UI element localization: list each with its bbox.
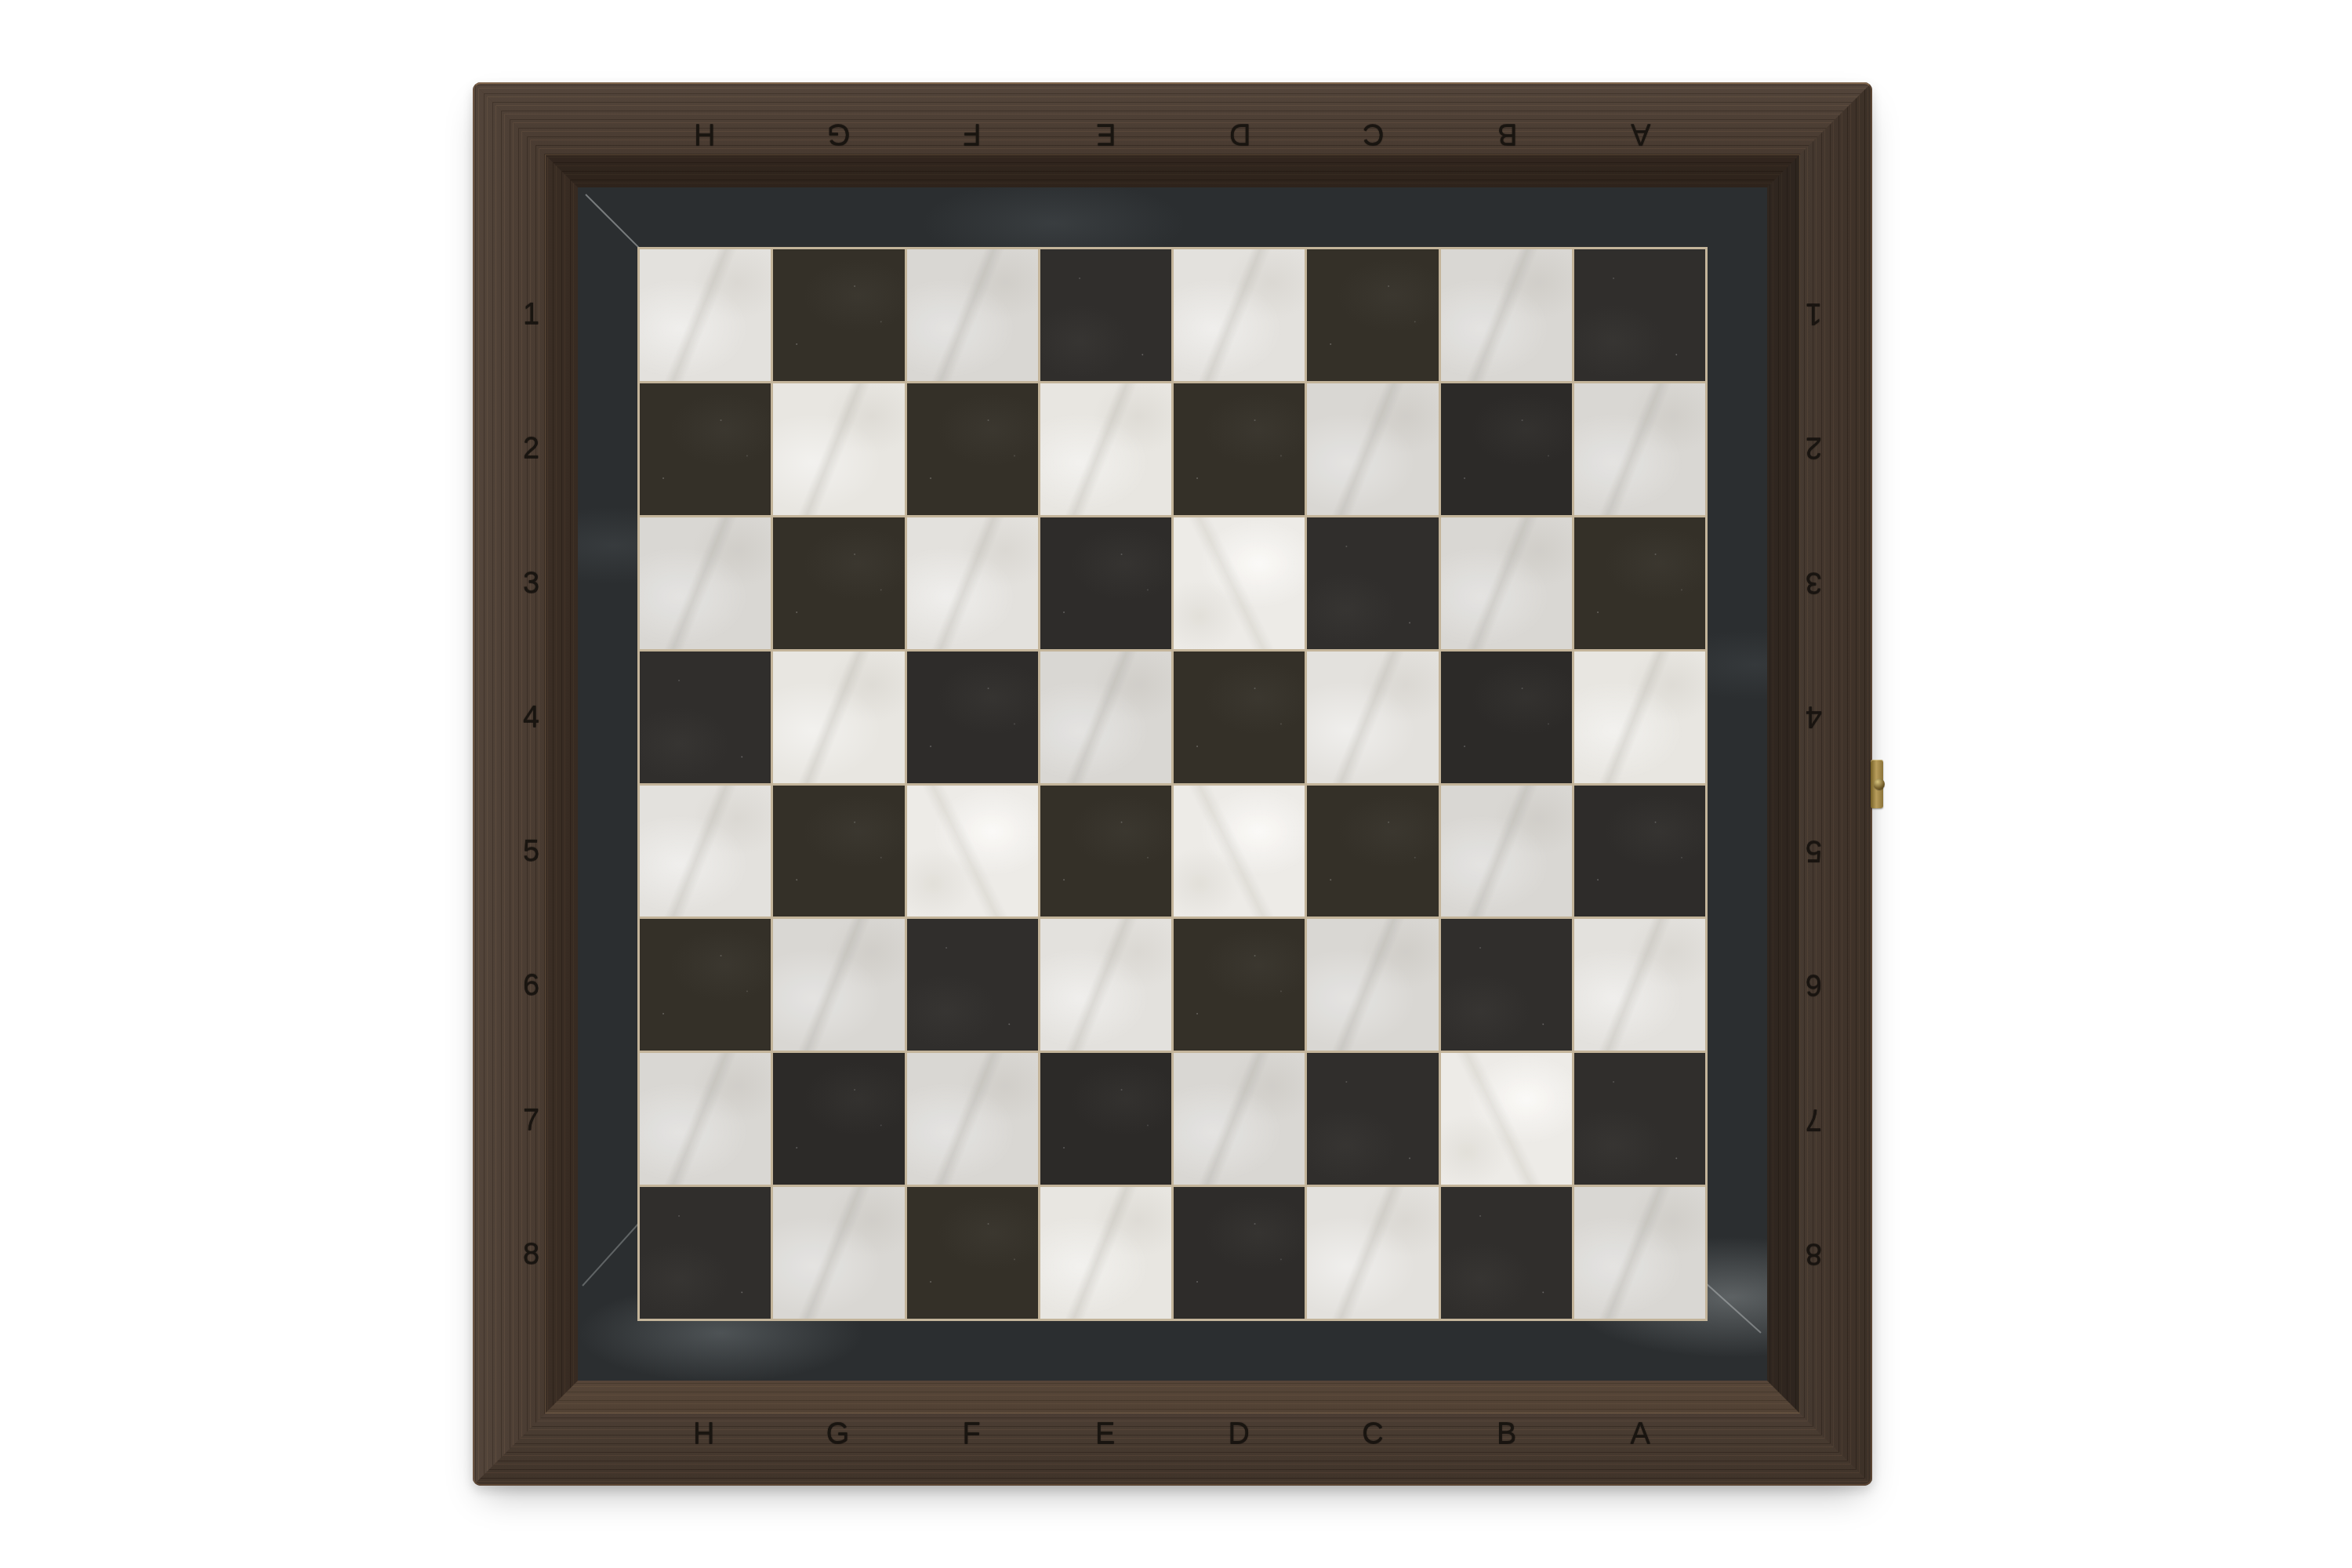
square-a2[interactable] [1574, 383, 1705, 515]
square-e8[interactable] [1040, 1187, 1171, 1319]
square-a3[interactable] [1574, 517, 1705, 649]
square-b3[interactable] [1441, 517, 1572, 649]
square-g6[interactable] [773, 919, 904, 1051]
square-b1[interactable] [1441, 249, 1572, 381]
square-e4[interactable] [1040, 652, 1171, 783]
square-f4[interactable] [907, 652, 1038, 783]
square-c2[interactable] [1307, 383, 1438, 515]
square-c7[interactable] [1307, 1053, 1438, 1185]
square-h7[interactable] [640, 1053, 771, 1185]
square-h1[interactable] [640, 249, 771, 381]
square-c5[interactable] [1307, 786, 1438, 917]
square-c8[interactable] [1307, 1187, 1438, 1319]
square-e2[interactable] [1040, 383, 1171, 515]
square-a1[interactable] [1574, 249, 1705, 381]
square-b4[interactable] [1441, 652, 1572, 783]
wood-frame-bottom [473, 1381, 1872, 1486]
square-h2[interactable] [640, 383, 771, 515]
square-c1[interactable] [1307, 249, 1438, 381]
square-e7[interactable] [1040, 1053, 1171, 1185]
square-c6[interactable] [1307, 919, 1438, 1051]
square-a6[interactable] [1574, 919, 1705, 1051]
square-b5[interactable] [1441, 786, 1572, 917]
square-a4[interactable] [1574, 652, 1705, 783]
chess-board: HGFEDCBA HGFEDCBA 12345678 12345678 [473, 82, 1872, 1486]
square-d8[interactable] [1174, 1187, 1305, 1319]
square-g5[interactable] [773, 786, 904, 917]
square-f8[interactable] [907, 1187, 1038, 1319]
square-f2[interactable] [907, 383, 1038, 515]
square-h5[interactable] [640, 786, 771, 917]
square-d2[interactable] [1174, 383, 1305, 515]
square-f1[interactable] [907, 249, 1038, 381]
square-g4[interactable] [773, 652, 904, 783]
square-d5[interactable] [1174, 786, 1305, 917]
square-d7[interactable] [1174, 1053, 1305, 1185]
square-c3[interactable] [1307, 517, 1438, 649]
square-a5[interactable] [1574, 786, 1705, 917]
photo-stage: HGFEDCBA HGFEDCBA 12345678 12345678 [0, 0, 2352, 1568]
square-h6[interactable] [640, 919, 771, 1051]
square-e3[interactable] [1040, 517, 1171, 649]
square-a8[interactable] [1574, 1187, 1705, 1319]
board-squares-grid [637, 247, 1708, 1321]
square-h8[interactable] [640, 1187, 771, 1319]
square-g8[interactable] [773, 1187, 904, 1319]
square-d3[interactable] [1174, 517, 1305, 649]
square-g3[interactable] [773, 517, 904, 649]
square-b6[interactable] [1441, 919, 1572, 1051]
square-h3[interactable] [640, 517, 771, 649]
square-g1[interactable] [773, 249, 904, 381]
square-g7[interactable] [773, 1053, 904, 1185]
square-c4[interactable] [1307, 652, 1438, 783]
square-e6[interactable] [1040, 919, 1171, 1051]
square-e1[interactable] [1040, 249, 1171, 381]
square-d1[interactable] [1174, 249, 1305, 381]
square-g2[interactable] [773, 383, 904, 515]
wood-frame-right [1767, 82, 1872, 1486]
square-b2[interactable] [1441, 383, 1572, 515]
square-d6[interactable] [1174, 919, 1305, 1051]
wood-frame-left [473, 82, 578, 1486]
square-h4[interactable] [640, 652, 771, 783]
square-f6[interactable] [907, 919, 1038, 1051]
square-f3[interactable] [907, 517, 1038, 649]
square-b7[interactable] [1441, 1053, 1572, 1185]
square-e5[interactable] [1040, 786, 1171, 917]
wood-frame-top [473, 82, 1872, 187]
square-f5[interactable] [907, 786, 1038, 917]
square-a7[interactable] [1574, 1053, 1705, 1185]
square-b8[interactable] [1441, 1187, 1572, 1319]
square-f7[interactable] [907, 1053, 1038, 1185]
brass-latch [1871, 760, 1883, 808]
square-d4[interactable] [1174, 652, 1305, 783]
